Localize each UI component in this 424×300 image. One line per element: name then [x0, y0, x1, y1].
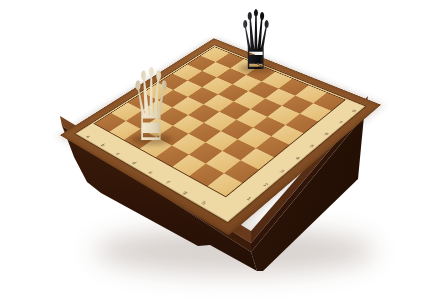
file-label-near-f: f	[165, 180, 171, 184]
file-label-near-a: a	[85, 135, 91, 139]
chess-board-photo: aa88bb77cc66dd55ee44ff33gg22hh11 ♛♛	[0, 0, 424, 300]
file-label-near-g: g	[182, 190, 189, 195]
file-label-near-b: b	[99, 143, 106, 147]
rank-label-right-5: 5	[308, 144, 315, 148]
file-label-near-e: e	[147, 170, 154, 175]
rank-label-right-6: 6	[323, 132, 329, 136]
rank-label-right-2: 2	[262, 183, 269, 188]
black-queen[interactable]: ♛	[239, 0, 273, 82]
rank-label-right-7: 7	[337, 121, 343, 125]
file-label-near-h: h	[200, 201, 207, 206]
white-queen[interactable]: ♛	[130, 56, 171, 156]
file-label-near-c: c	[115, 152, 121, 156]
rank-label-right-3: 3	[278, 169, 285, 174]
rank-label-right-8: 8	[350, 110, 356, 114]
rank-label-right-4: 4	[293, 157, 300, 162]
rank-label-right-1: 1	[245, 197, 252, 202]
